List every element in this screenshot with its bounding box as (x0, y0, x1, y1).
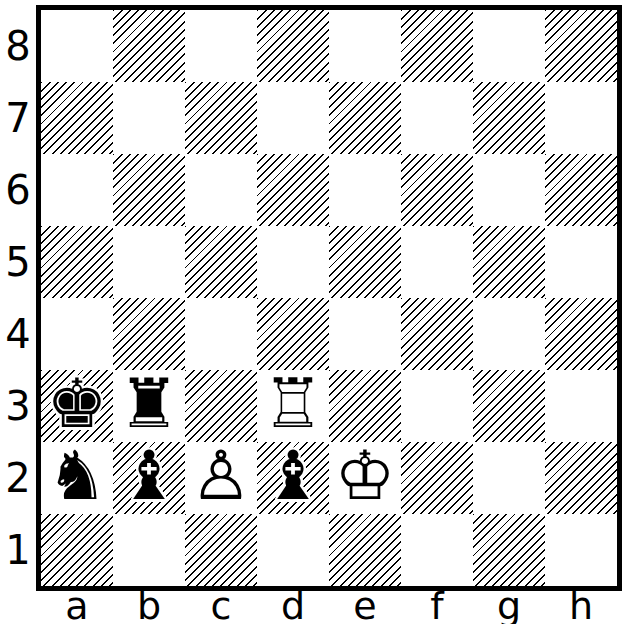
square-f2[interactable] (401, 442, 473, 514)
rank-labels: 87654321 (0, 10, 36, 586)
square-e4[interactable] (329, 298, 401, 370)
square-f7[interactable] (401, 82, 473, 154)
file-label-g: g (473, 589, 545, 624)
file-label-e: e (329, 589, 401, 624)
white-pawn[interactable]: ♙ (191, 442, 252, 512)
square-h1[interactable] (545, 514, 617, 586)
square-f6[interactable] (401, 154, 473, 226)
square-a8[interactable] (41, 10, 113, 82)
square-c8[interactable] (185, 10, 257, 82)
square-b5[interactable] (113, 226, 185, 298)
square-h7[interactable] (545, 82, 617, 154)
black-bishop[interactable]: ♝ (119, 442, 180, 512)
square-e3[interactable] (329, 370, 401, 442)
square-g8[interactable] (473, 10, 545, 82)
square-b7[interactable] (113, 82, 185, 154)
square-h8[interactable] (545, 10, 617, 82)
square-g2[interactable] (473, 442, 545, 514)
square-c6[interactable] (185, 154, 257, 226)
square-b6[interactable] (113, 154, 185, 226)
square-g3[interactable] (473, 370, 545, 442)
black-knight[interactable]: ♞ (47, 442, 108, 512)
rank-label-8: 8 (0, 10, 36, 82)
file-label-a: a (41, 589, 113, 624)
square-e6[interactable] (329, 154, 401, 226)
file-label-h: h (545, 589, 617, 624)
rank-label-6: 6 (0, 154, 36, 226)
square-f4[interactable] (401, 298, 473, 370)
square-a5[interactable] (41, 226, 113, 298)
rank-label-7: 7 (0, 82, 36, 154)
square-f1[interactable] (401, 514, 473, 586)
rank-label-5: 5 (0, 226, 36, 298)
black-rook[interactable]: ♜ (119, 370, 180, 440)
square-c7[interactable] (185, 82, 257, 154)
square-d3[interactable]: ♖ (257, 370, 329, 442)
square-d7[interactable] (257, 82, 329, 154)
square-d2[interactable]: ♝ (257, 442, 329, 514)
square-b2[interactable]: ♝ (113, 442, 185, 514)
chess-diagram-page: 87654321 ♚♜♖♞♝♙♝♔ abcdefgh (0, 0, 624, 624)
square-d4[interactable] (257, 298, 329, 370)
white-rook[interactable]: ♖ (263, 370, 324, 440)
square-f3[interactable] (401, 370, 473, 442)
square-a3[interactable]: ♚ (41, 370, 113, 442)
square-g7[interactable] (473, 82, 545, 154)
file-labels: abcdefgh (41, 589, 617, 624)
file-label-d: d (257, 589, 329, 624)
square-g6[interactable] (473, 154, 545, 226)
square-e5[interactable] (329, 226, 401, 298)
square-a7[interactable] (41, 82, 113, 154)
square-b8[interactable] (113, 10, 185, 82)
square-d6[interactable] (257, 154, 329, 226)
square-a2[interactable]: ♞ (41, 442, 113, 514)
board: ♚♜♖♞♝♙♝♔ (36, 5, 622, 591)
white-king[interactable]: ♔ (335, 442, 396, 512)
square-d5[interactable] (257, 226, 329, 298)
square-e1[interactable] (329, 514, 401, 586)
black-king[interactable]: ♚ (47, 370, 108, 440)
rank-label-1: 1 (0, 514, 36, 586)
file-label-c: c (185, 589, 257, 624)
square-e7[interactable] (329, 82, 401, 154)
square-d8[interactable] (257, 10, 329, 82)
square-c4[interactable] (185, 298, 257, 370)
square-f5[interactable] (401, 226, 473, 298)
square-g1[interactable] (473, 514, 545, 586)
file-label-f: f (401, 589, 473, 624)
square-h4[interactable] (545, 298, 617, 370)
square-c2[interactable]: ♙ (185, 442, 257, 514)
square-c1[interactable] (185, 514, 257, 586)
square-e8[interactable] (329, 10, 401, 82)
square-h5[interactable] (545, 226, 617, 298)
square-g5[interactable] (473, 226, 545, 298)
square-a4[interactable] (41, 298, 113, 370)
square-b3[interactable]: ♜ (113, 370, 185, 442)
square-c5[interactable] (185, 226, 257, 298)
rank-label-4: 4 (0, 298, 36, 370)
square-e2[interactable]: ♔ (329, 442, 401, 514)
square-c3[interactable] (185, 370, 257, 442)
square-d1[interactable] (257, 514, 329, 586)
square-f8[interactable] (401, 10, 473, 82)
file-label-b: b (113, 589, 185, 624)
square-h3[interactable] (545, 370, 617, 442)
square-b4[interactable] (113, 298, 185, 370)
square-a1[interactable] (41, 514, 113, 586)
black-bishop[interactable]: ♝ (263, 442, 324, 512)
square-g4[interactable] (473, 298, 545, 370)
rank-label-2: 2 (0, 442, 36, 514)
square-h2[interactable] (545, 442, 617, 514)
rank-label-3: 3 (0, 370, 36, 442)
square-a6[interactable] (41, 154, 113, 226)
square-b1[interactable] (113, 514, 185, 586)
square-h6[interactable] (545, 154, 617, 226)
